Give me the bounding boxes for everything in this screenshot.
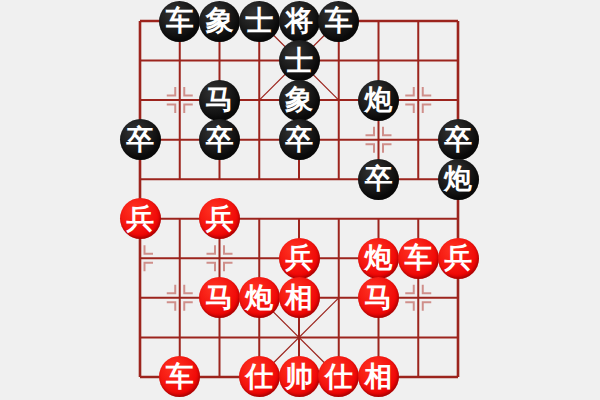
piece-red-elephant[interactable]: 相 — [279, 277, 320, 318]
piece-black-advisor[interactable]: 士 — [279, 40, 320, 81]
piece-black-chariot[interactable]: 车 — [318, 1, 359, 42]
piece-red-soldier[interactable]: 兵 — [438, 238, 479, 279]
piece-red-chariot[interactable]: 车 — [159, 356, 200, 397]
piece-red-chariot[interactable]: 车 — [398, 238, 439, 279]
piece-red-advisor[interactable]: 仕 — [318, 356, 359, 397]
piece-black-elephant[interactable]: 象 — [279, 80, 320, 121]
piece-black-soldier[interactable]: 卒 — [120, 119, 161, 160]
xiangqi-app: 车象士将车士马象炮卒卒卒卒卒炮兵兵兵炮车兵马炮相马车仕帅仕相 — [0, 0, 600, 400]
piece-black-soldier[interactable]: 卒 — [199, 119, 240, 160]
piece-red-soldier[interactable]: 兵 — [120, 198, 161, 239]
piece-black-cannon[interactable]: 炮 — [438, 159, 479, 200]
piece-red-cannon[interactable]: 炮 — [358, 238, 399, 279]
piece-black-horse[interactable]: 马 — [199, 80, 240, 121]
piece-black-soldier[interactable]: 卒 — [279, 119, 320, 160]
piece-red-advisor[interactable]: 仕 — [239, 356, 280, 397]
piece-red-elephant[interactable]: 相 — [358, 356, 399, 397]
piece-black-general[interactable]: 将 — [279, 1, 320, 42]
piece-red-soldier[interactable]: 兵 — [279, 238, 320, 279]
piece-black-advisor[interactable]: 士 — [239, 1, 280, 42]
piece-black-elephant[interactable]: 象 — [199, 1, 240, 42]
piece-black-chariot[interactable]: 车 — [159, 1, 200, 42]
piece-red-horse[interactable]: 马 — [199, 277, 240, 318]
piece-red-cannon[interactable]: 炮 — [239, 277, 280, 318]
board: 车象士将车士马象炮卒卒卒卒卒炮兵兵兵炮车兵马炮相马车仕帅仕相 — [120, 1, 478, 397]
piece-black-cannon[interactable]: 炮 — [358, 80, 399, 121]
piece-red-soldier[interactable]: 兵 — [199, 198, 240, 239]
piece-red-general[interactable]: 帅 — [279, 356, 320, 397]
piece-black-soldier[interactable]: 卒 — [358, 159, 399, 200]
piece-red-horse[interactable]: 马 — [358, 277, 399, 318]
piece-black-soldier[interactable]: 卒 — [438, 119, 479, 160]
